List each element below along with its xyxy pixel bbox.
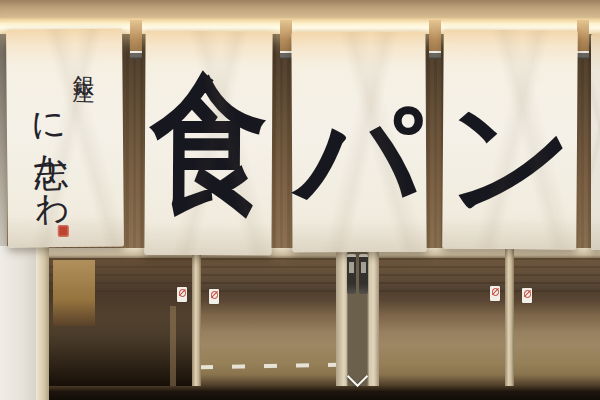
door-handle <box>359 254 368 294</box>
noren-curtain-shoku: 食 <box>144 31 272 256</box>
noren-char-pa: パ <box>295 94 423 219</box>
noren-hanger-post <box>280 20 292 52</box>
handle-plate <box>361 262 366 273</box>
hanko-seal-icon <box>58 225 69 237</box>
noren-hanger-post <box>130 20 142 52</box>
floor-shadow-strip <box>36 386 600 400</box>
no-smoking-sign-icon <box>522 288 532 303</box>
noren-brand-small-text: 銀座 <box>69 58 99 67</box>
door-handle <box>347 254 356 294</box>
noren-hanger-post <box>429 20 441 52</box>
noren-clip <box>577 51 589 59</box>
handle-plate <box>349 262 354 273</box>
noren-brand-large-text: に志かわ <box>30 88 69 210</box>
noren-curtain-brand: 銀座 に志かわ <box>6 28 124 247</box>
side-wall <box>0 246 36 400</box>
noren-clip <box>280 51 292 59</box>
wood-beam <box>0 0 600 18</box>
door-frame-mullion <box>192 248 201 400</box>
no-smoking-sign-icon <box>209 289 219 304</box>
noren-curtain-n: ン <box>442 30 578 250</box>
noren-clip <box>130 51 142 59</box>
storefront-photo: 銀座 に志かわ 食 パ ン <box>0 0 600 400</box>
door-frame-mullion <box>505 248 514 400</box>
no-smoking-sign-icon <box>490 286 500 301</box>
noren-char-shoku: 食 <box>150 68 268 219</box>
noren-curtain-pa: パ <box>291 32 426 253</box>
side-wall-trim <box>36 246 49 400</box>
noren-char-n: ン <box>446 92 574 217</box>
interior-counter <box>53 260 95 326</box>
noren-clip <box>429 51 441 59</box>
no-smoking-sign-icon <box>177 287 187 302</box>
glass-doors <box>0 246 600 400</box>
noren-curtain-partial <box>591 34 600 250</box>
noren-hanger-post <box>577 20 589 52</box>
